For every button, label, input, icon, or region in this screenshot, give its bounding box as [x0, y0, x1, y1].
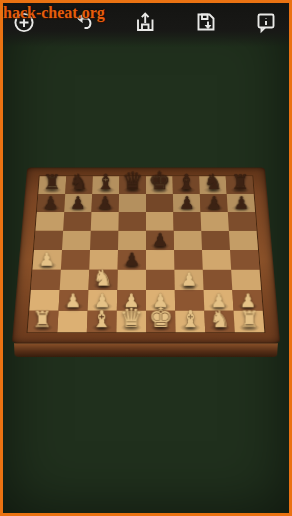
black-pawn[interactable]: ♟: [152, 231, 168, 249]
info-button[interactable]: [253, 10, 279, 36]
black-pawn[interactable]: ♟: [97, 194, 113, 212]
square-e5[interactable]: ♟: [146, 231, 174, 250]
square-g7[interactable]: ♟: [200, 194, 228, 212]
square-d6[interactable]: [118, 212, 146, 231]
black-pawn[interactable]: ♟: [70, 194, 86, 212]
black-knight[interactable]: ♞: [69, 172, 88, 193]
square-e1[interactable]: ♚: [146, 311, 176, 332]
white-queen[interactable]: ♛: [119, 305, 143, 331]
board-front-edge: [14, 343, 278, 357]
square-h1[interactable]: ♜: [234, 311, 265, 332]
square-f7[interactable]: ♟: [173, 194, 201, 212]
square-a5[interactable]: [34, 231, 63, 250]
black-pawn[interactable]: ♟: [124, 251, 140, 269]
square-g5[interactable]: [201, 231, 230, 250]
square-b2[interactable]: ♟: [58, 290, 88, 311]
load-disk-down-arrow-icon: [194, 10, 218, 37]
square-e4[interactable]: [146, 250, 174, 270]
square-e8[interactable]: ♚: [146, 176, 173, 194]
square-h5[interactable]: [229, 231, 258, 250]
square-e7[interactable]: [146, 194, 173, 212]
square-a4[interactable]: ♟: [32, 250, 62, 270]
info-bubble-icon: [254, 10, 278, 37]
black-king[interactable]: ♚: [148, 168, 170, 193]
square-d3[interactable]: [117, 270, 146, 290]
square-a3[interactable]: [31, 270, 61, 290]
white-king[interactable]: ♚: [148, 304, 173, 331]
square-h7[interactable]: ♟: [227, 194, 255, 212]
board-scene: ♜♞♝♛♚♝♞♜♟♟♟♟♟♟♟♟♟♞♟♟♟♟♟♟♟♜♝♛♚♝♞♜: [3, 124, 289, 404]
black-pawn[interactable]: ♟: [179, 194, 195, 212]
square-d4[interactable]: ♟: [118, 250, 146, 270]
chess-board-frame: ♜♞♝♛♚♝♞♜♟♟♟♟♟♟♟♟♟♞♟♟♟♟♟♟♟♜♝♛♚♝♞♜: [12, 167, 280, 343]
black-pawn[interactable]: ♟: [43, 194, 59, 212]
square-e3[interactable]: [146, 270, 175, 290]
white-rook[interactable]: ♜: [240, 309, 260, 331]
square-b1[interactable]: [57, 311, 87, 332]
black-bishop[interactable]: ♝: [177, 172, 196, 193]
square-a7[interactable]: ♟: [37, 194, 65, 212]
white-rook[interactable]: ♜: [33, 309, 53, 331]
square-c3[interactable]: ♞: [88, 270, 117, 290]
black-knight[interactable]: ♞: [204, 172, 223, 193]
black-bishop[interactable]: ♝: [96, 172, 115, 193]
square-h3[interactable]: [231, 270, 261, 290]
chess-board: ♜♞♝♛♚♝♞♜♟♟♟♟♟♟♟♟♟♞♟♟♟♟♟♟♟♜♝♛♚♝♞♜: [28, 176, 265, 332]
square-g4[interactable]: [202, 250, 231, 270]
square-d8[interactable]: ♛: [119, 176, 146, 194]
square-f4[interactable]: [174, 250, 203, 270]
square-d7[interactable]: [119, 194, 146, 212]
square-f6[interactable]: [173, 212, 201, 231]
square-b6[interactable]: [63, 212, 91, 231]
black-queen[interactable]: ♛: [122, 169, 144, 193]
square-b4[interactable]: [61, 250, 90, 270]
white-pawn[interactable]: ♟: [65, 291, 82, 310]
square-g3[interactable]: [203, 270, 233, 290]
black-rook[interactable]: ♜: [231, 173, 249, 193]
square-h6[interactable]: [228, 212, 257, 231]
square-b5[interactable]: [62, 231, 91, 250]
square-c5[interactable]: [90, 231, 118, 250]
square-d5[interactable]: [118, 231, 146, 250]
white-bishop[interactable]: ♝: [91, 308, 112, 331]
square-a1[interactable]: ♜: [28, 311, 59, 332]
black-pawn[interactable]: ♟: [206, 194, 222, 212]
white-bishop[interactable]: ♝: [180, 308, 201, 331]
square-f5[interactable]: [174, 231, 202, 250]
square-f3[interactable]: ♟: [174, 270, 203, 290]
white-knight[interactable]: ♞: [210, 308, 231, 331]
white-pawn[interactable]: ♟: [181, 271, 198, 289]
black-rook[interactable]: ♜: [43, 173, 61, 193]
square-g6[interactable]: [201, 212, 229, 231]
square-g1[interactable]: ♞: [204, 311, 234, 332]
app-screen: ♜♞♝♛♚♝♞♜♟♟♟♟♟♟♟♟♟♞♟♟♟♟♟♟♟♜♝♛♚♝♞♜: [0, 0, 292, 516]
square-d1[interactable]: ♛: [116, 311, 146, 332]
white-knight[interactable]: ♞: [93, 267, 113, 290]
square-c6[interactable]: [91, 212, 119, 231]
load-game-button[interactable]: [193, 10, 219, 36]
square-c7[interactable]: ♟: [91, 194, 119, 212]
square-a6[interactable]: [35, 212, 64, 231]
save-game-button[interactable]: [132, 10, 158, 36]
square-c1[interactable]: ♝: [87, 311, 117, 332]
white-pawn[interactable]: ♟: [39, 251, 55, 269]
square-f1[interactable]: ♝: [175, 311, 205, 332]
square-e6[interactable]: [146, 212, 174, 231]
watermark: hack-cheat.org: [3, 4, 105, 22]
save-disk-up-arrow-icon: [133, 10, 157, 37]
square-b3[interactable]: [60, 270, 90, 290]
black-pawn[interactable]: ♟: [234, 194, 250, 212]
square-h4[interactable]: [230, 250, 260, 270]
square-b7[interactable]: ♟: [64, 194, 92, 212]
